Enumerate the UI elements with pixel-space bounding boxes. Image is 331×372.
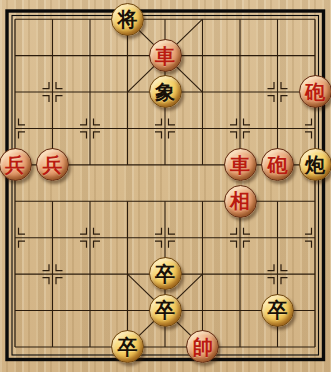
board-point: 象 xyxy=(146,74,184,110)
black-cannon[interactable]: 炮 xyxy=(299,148,331,181)
board-point: 将 xyxy=(109,1,147,37)
red-cannon[interactable]: 砲 xyxy=(261,148,294,181)
board-point: 車 xyxy=(221,147,259,183)
black-general-glyph: 将 xyxy=(118,9,138,29)
board-point: 砲 xyxy=(259,147,297,183)
black-soldier-glyph: 卒 xyxy=(155,300,175,320)
red-soldier-glyph: 兵 xyxy=(5,154,25,174)
red-general-glyph: 帥 xyxy=(193,336,213,356)
black-soldier[interactable]: 卒 xyxy=(111,330,144,363)
red-cannon[interactable]: 砲 xyxy=(299,75,331,108)
black-soldier-glyph: 卒 xyxy=(155,263,175,283)
red-elephant-glyph: 相 xyxy=(230,191,250,211)
board-point: 車 xyxy=(146,37,184,73)
black-soldier[interactable]: 卒 xyxy=(149,294,182,327)
black-soldier-glyph: 卒 xyxy=(118,336,138,356)
black-general[interactable]: 将 xyxy=(111,3,144,36)
black-elephant-glyph: 象 xyxy=(155,81,175,101)
red-chariot-glyph: 車 xyxy=(230,154,250,174)
red-cannon-glyph: 砲 xyxy=(268,154,288,174)
board-point: 相 xyxy=(221,183,259,219)
black-cannon-glyph: 炮 xyxy=(305,154,325,174)
board-point: 砲 xyxy=(296,74,331,110)
board-point: 帥 xyxy=(184,329,222,365)
red-elephant[interactable]: 相 xyxy=(224,185,257,218)
black-elephant[interactable]: 象 xyxy=(149,75,182,108)
red-chariot[interactable]: 車 xyxy=(149,39,182,72)
red-soldier[interactable]: 兵 xyxy=(36,148,69,181)
xiangqi-board: 将車象砲兵兵車砲炮相卒卒卒卒帥 xyxy=(0,0,331,372)
board-point: 兵 xyxy=(34,147,72,183)
board-point: 炮 xyxy=(296,147,331,183)
red-chariot[interactable]: 車 xyxy=(224,148,257,181)
black-soldier[interactable]: 卒 xyxy=(261,294,294,327)
board-point: 卒 xyxy=(146,292,184,328)
black-soldier[interactable]: 卒 xyxy=(149,257,182,290)
board-point: 兵 xyxy=(0,147,34,183)
board-point: 卒 xyxy=(146,256,184,292)
red-soldier[interactable]: 兵 xyxy=(0,148,32,181)
pieces-layer: 将車象砲兵兵車砲炮相卒卒卒卒帥 xyxy=(0,1,331,365)
red-soldier-glyph: 兵 xyxy=(43,154,63,174)
red-chariot-glyph: 車 xyxy=(155,45,175,65)
board-point: 卒 xyxy=(109,329,147,365)
red-general[interactable]: 帥 xyxy=(186,330,219,363)
black-soldier-glyph: 卒 xyxy=(268,300,288,320)
red-cannon-glyph: 砲 xyxy=(305,81,325,101)
board-point: 卒 xyxy=(259,292,297,328)
